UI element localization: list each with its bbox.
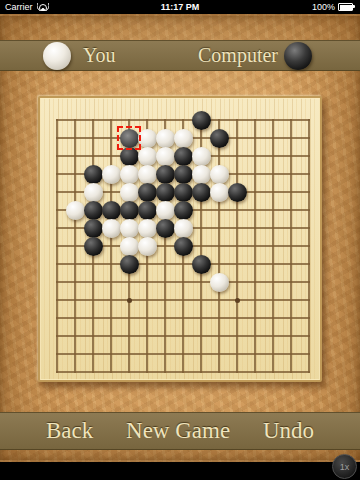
stone-black <box>174 237 193 256</box>
star-point <box>235 298 240 303</box>
board-grid <box>57 120 310 373</box>
stone-black <box>174 165 193 184</box>
status-bar: Carrier 11:17 PM 100% <box>0 0 360 14</box>
battery-icon <box>338 3 353 11</box>
star-point <box>127 298 132 303</box>
stone-black <box>156 165 175 184</box>
stone-white <box>138 165 157 184</box>
zoom-toggle-button[interactable]: 1x <box>332 454 357 479</box>
new-game-button[interactable]: New Game <box>126 418 230 444</box>
stone-black <box>102 201 121 220</box>
stone-black <box>228 183 247 202</box>
stone-white <box>102 165 121 184</box>
stone-black <box>120 255 139 274</box>
stone-white <box>156 129 175 148</box>
stone-black <box>120 201 139 220</box>
grid-line-horizontal <box>56 371 310 373</box>
you-label: You <box>83 44 115 67</box>
stone-white <box>174 129 193 148</box>
stone-black <box>138 201 157 220</box>
computer-label: Computer <box>198 44 278 67</box>
stone-black <box>84 237 103 256</box>
stone-black <box>192 183 211 202</box>
back-button[interactable]: Back <box>46 418 93 444</box>
stone-black <box>156 219 175 238</box>
stone-white <box>120 183 139 202</box>
stone-white <box>120 237 139 256</box>
stone-white <box>138 219 157 238</box>
stone-black <box>174 183 193 202</box>
stone-white <box>156 147 175 166</box>
app-screen: Carrier 11:17 PM 100% You Computer Back … <box>0 0 360 480</box>
stone-white <box>120 219 139 238</box>
clock-label: 11:17 PM <box>0 0 360 14</box>
stone-white <box>192 165 211 184</box>
stone-white <box>210 165 229 184</box>
game-board[interactable] <box>38 96 322 382</box>
grid-line-vertical <box>290 119 292 373</box>
parchment-background: You Computer Back New Game Undo <box>0 14 360 462</box>
players-panel: You Computer <box>0 40 360 71</box>
stone-white <box>174 219 193 238</box>
last-move-marker <box>117 126 141 150</box>
stone-black <box>192 255 211 274</box>
stone-black <box>84 201 103 220</box>
stone-black <box>174 147 193 166</box>
stone-white <box>66 201 85 220</box>
undo-button[interactable]: Undo <box>263 418 314 444</box>
stone-white <box>210 273 229 292</box>
stone-white <box>192 147 211 166</box>
computer-stone-icon <box>284 42 312 70</box>
stone-white <box>138 237 157 256</box>
stone-white <box>210 183 229 202</box>
you-stone-icon <box>43 42 71 70</box>
stone-white <box>156 201 175 220</box>
stone-black <box>156 183 175 202</box>
stone-white <box>102 219 121 238</box>
bottom-toolbar: Back New Game Undo <box>0 412 360 450</box>
grid-line-horizontal <box>56 335 310 337</box>
stone-black <box>174 201 193 220</box>
stone-black <box>84 219 103 238</box>
stone-black <box>210 129 229 148</box>
stone-black <box>192 111 211 130</box>
grid-line-horizontal <box>56 353 310 355</box>
stone-white <box>120 165 139 184</box>
battery-percent-label: 100% <box>312 0 335 14</box>
stone-black <box>138 183 157 202</box>
stone-black <box>84 165 103 184</box>
stone-white <box>84 183 103 202</box>
grid-line-vertical <box>308 119 310 373</box>
